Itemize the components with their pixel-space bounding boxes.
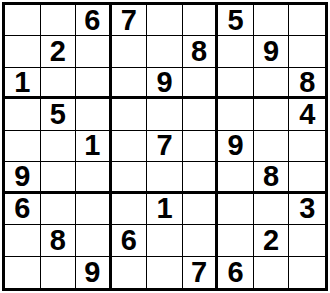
cell-r4c7-empty[interactable]: [218, 99, 254, 130]
cell-r2c8-given-9[interactable]: 9: [254, 36, 290, 67]
cell-r5c9-empty[interactable]: [289, 131, 325, 162]
cell-r7c1-given-6[interactable]: 6: [5, 194, 41, 225]
cell-r1c4-given-7[interactable]: 7: [112, 5, 148, 36]
cell-r9c5-empty[interactable]: [147, 257, 183, 288]
cell-r7c5-given-1[interactable]: 1: [147, 194, 183, 225]
cell-r2c6-given-8[interactable]: 8: [183, 36, 219, 67]
cell-r9c1-empty[interactable]: [5, 257, 41, 288]
cell-r8c8-given-2[interactable]: 2: [254, 225, 290, 256]
cell-r9c2-empty[interactable]: [41, 257, 77, 288]
cell-r8c2-given-8[interactable]: 8: [41, 225, 77, 256]
cell-r8c1-empty[interactable]: [5, 225, 41, 256]
cell-r3c9-given-8[interactable]: 8: [289, 68, 325, 99]
cell-r3c7-empty[interactable]: [218, 68, 254, 99]
cell-r3c8-empty[interactable]: [254, 68, 290, 99]
cell-r8c9-empty[interactable]: [289, 225, 325, 256]
sudoku-board: 6752891985417998613862976: [2, 2, 328, 291]
cell-r7c9-given-3[interactable]: 3: [289, 194, 325, 225]
cell-r5c2-empty[interactable]: [41, 131, 77, 162]
cell-r3c6-empty[interactable]: [183, 68, 219, 99]
cell-r4c2-given-5[interactable]: 5: [41, 99, 77, 130]
cell-r1c6-empty[interactable]: [183, 5, 219, 36]
cell-r3c2-empty[interactable]: [41, 68, 77, 99]
cell-r7c7-empty[interactable]: [218, 194, 254, 225]
cell-r6c1-given-9[interactable]: 9: [5, 162, 41, 193]
cell-r5c1-empty[interactable]: [5, 131, 41, 162]
cell-r3c5-given-9[interactable]: 9: [147, 68, 183, 99]
cell-r1c3-given-6[interactable]: 6: [76, 5, 112, 36]
cell-r8c3-empty[interactable]: [76, 225, 112, 256]
cell-r7c2-empty[interactable]: [41, 194, 77, 225]
cell-r3c4-empty[interactable]: [112, 68, 148, 99]
cell-r5c4-empty[interactable]: [112, 131, 148, 162]
cell-r4c1-empty[interactable]: [5, 99, 41, 130]
cell-r6c7-empty[interactable]: [218, 162, 254, 193]
cell-r6c3-empty[interactable]: [76, 162, 112, 193]
cell-r6c8-given-8[interactable]: 8: [254, 162, 290, 193]
cell-r4c4-empty[interactable]: [112, 99, 148, 130]
cell-r2c5-empty[interactable]: [147, 36, 183, 67]
cell-r1c9-empty[interactable]: [289, 5, 325, 36]
cell-r6c2-empty[interactable]: [41, 162, 77, 193]
cell-r6c4-empty[interactable]: [112, 162, 148, 193]
cell-r7c6-empty[interactable]: [183, 194, 219, 225]
cell-r2c7-empty[interactable]: [218, 36, 254, 67]
sudoku-page: 6752891985417998613862976: [0, 0, 330, 293]
cell-r1c2-empty[interactable]: [41, 5, 77, 36]
cell-r9c3-given-9[interactable]: 9: [76, 257, 112, 288]
cell-r8c6-empty[interactable]: [183, 225, 219, 256]
cell-r2c3-empty[interactable]: [76, 36, 112, 67]
cell-r4c9-given-4[interactable]: 4: [289, 99, 325, 130]
cell-r4c8-empty[interactable]: [254, 99, 290, 130]
cell-r4c5-empty[interactable]: [147, 99, 183, 130]
cell-r9c9-empty[interactable]: [289, 257, 325, 288]
cell-r7c8-empty[interactable]: [254, 194, 290, 225]
cell-r9c7-given-6[interactable]: 6: [218, 257, 254, 288]
cell-r3c1-given-1[interactable]: 1: [5, 68, 41, 99]
cell-r7c4-empty[interactable]: [112, 194, 148, 225]
cell-r2c2-given-2[interactable]: 2: [41, 36, 77, 67]
cell-r5c6-empty[interactable]: [183, 131, 219, 162]
cell-r2c4-empty[interactable]: [112, 36, 148, 67]
cell-r1c5-empty[interactable]: [147, 5, 183, 36]
cell-r2c9-empty[interactable]: [289, 36, 325, 67]
cell-r7c3-empty[interactable]: [76, 194, 112, 225]
cell-r4c3-empty[interactable]: [76, 99, 112, 130]
cell-r8c4-given-6[interactable]: 6: [112, 225, 148, 256]
cell-r6c5-empty[interactable]: [147, 162, 183, 193]
cell-r5c7-given-9[interactable]: 9: [218, 131, 254, 162]
cell-r6c9-empty[interactable]: [289, 162, 325, 193]
cell-r9c6-given-7[interactable]: 7: [183, 257, 219, 288]
cell-r6c6-empty[interactable]: [183, 162, 219, 193]
cell-r8c7-empty[interactable]: [218, 225, 254, 256]
cell-r9c8-empty[interactable]: [254, 257, 290, 288]
cell-r4c6-empty[interactable]: [183, 99, 219, 130]
cell-r5c8-empty[interactable]: [254, 131, 290, 162]
cell-r1c8-empty[interactable]: [254, 5, 290, 36]
cell-r9c4-empty[interactable]: [112, 257, 148, 288]
cell-r1c1-empty[interactable]: [5, 5, 41, 36]
cell-r8c5-empty[interactable]: [147, 225, 183, 256]
cell-r5c5-given-7[interactable]: 7: [147, 131, 183, 162]
cell-r3c3-empty[interactable]: [76, 68, 112, 99]
cell-r2c1-empty[interactable]: [5, 36, 41, 67]
cell-r1c7-given-5[interactable]: 5: [218, 5, 254, 36]
cell-r5c3-given-1[interactable]: 1: [76, 131, 112, 162]
